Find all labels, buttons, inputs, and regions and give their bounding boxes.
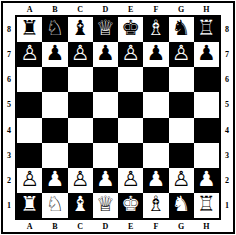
piece-black-king: ♚	[121, 18, 140, 39]
file-label-f-top: F	[143, 3, 168, 15]
piece-black-knight: ♘	[45, 18, 64, 39]
square-e7[interactable]: ♙	[118, 42, 143, 67]
square-a6[interactable]	[17, 67, 42, 92]
file-label-e-top: E	[118, 3, 143, 15]
square-h2[interactable]: ♟	[194, 168, 219, 193]
square-e8[interactable]: ♚	[118, 17, 143, 42]
square-a3[interactable]	[17, 143, 42, 168]
piece-black-queen: ♕	[96, 18, 115, 39]
piece-black-pawn: ♟	[146, 43, 165, 64]
square-c7[interactable]: ♙	[68, 42, 93, 67]
piece-white-pawn: ♙	[172, 169, 191, 190]
square-d4[interactable]	[93, 118, 118, 143]
square-e1[interactable]: ♚	[118, 193, 143, 218]
square-e2[interactable]: ♙	[118, 168, 143, 193]
square-d7[interactable]: ♟	[93, 42, 118, 67]
file-label-a-bottom: A	[17, 220, 42, 232]
file-labels-bottom: ABCDEFGH	[15, 220, 221, 232]
piece-black-pawn: ♙	[71, 43, 90, 64]
rank-label-2-right: 2	[221, 168, 233, 193]
rank-label-7-left: 7	[3, 42, 15, 67]
file-label-h-top: H	[194, 3, 219, 15]
chess-board: ♜♘♝♕♚♗♞♖♙♟♙♟♙♟♙♟♙♟♙♟♙♟♙♟♜♘♝♕♚♗♞♖	[15, 15, 221, 220]
square-g5[interactable]	[169, 92, 194, 117]
rank-label-5-right: 5	[221, 92, 233, 117]
square-b4[interactable]	[42, 118, 67, 143]
square-g8[interactable]: ♞	[169, 17, 194, 42]
rank-label-3-right: 3	[221, 143, 233, 168]
square-h3[interactable]	[194, 143, 219, 168]
piece-white-rook: ♖	[197, 194, 216, 215]
rank-label-8-left: 8	[3, 17, 15, 42]
rank-label-6-left: 6	[3, 67, 15, 92]
square-d5[interactable]	[93, 92, 118, 117]
piece-white-pawn: ♙	[20, 169, 39, 190]
square-c1[interactable]: ♝	[68, 193, 93, 218]
file-label-e-bottom: E	[118, 220, 143, 232]
square-c6[interactable]	[68, 67, 93, 92]
piece-white-knight: ♘	[45, 194, 64, 215]
square-h4[interactable]	[194, 118, 219, 143]
rank-label-4-right: 4	[221, 118, 233, 143]
file-label-d-bottom: D	[93, 220, 118, 232]
rank-labels-right: 87654321	[221, 15, 233, 220]
corner-bottom-right	[221, 220, 233, 232]
square-d8[interactable]: ♕	[93, 17, 118, 42]
square-d2[interactable]: ♟	[93, 168, 118, 193]
piece-white-pawn: ♙	[71, 169, 90, 190]
rank-label-4-left: 4	[3, 118, 15, 143]
piece-white-pawn: ♙	[121, 169, 140, 190]
square-f4[interactable]	[143, 118, 168, 143]
file-label-c-top: C	[68, 3, 93, 15]
piece-black-rook: ♖	[197, 18, 216, 39]
square-b1[interactable]: ♘	[42, 193, 67, 218]
square-g6[interactable]	[169, 67, 194, 92]
piece-white-pawn: ♟	[146, 169, 165, 190]
square-c2[interactable]: ♙	[68, 168, 93, 193]
rank-label-5-left: 5	[3, 92, 15, 117]
file-label-a-top: A	[17, 3, 42, 15]
square-h8[interactable]: ♖	[194, 17, 219, 42]
square-e6[interactable]	[118, 67, 143, 92]
piece-white-pawn: ♟	[197, 169, 216, 190]
square-e3[interactable]	[118, 143, 143, 168]
square-f7[interactable]: ♟	[143, 42, 168, 67]
square-f2[interactable]: ♟	[143, 168, 168, 193]
square-a8[interactable]: ♜	[17, 17, 42, 42]
piece-black-pawn: ♟	[197, 43, 216, 64]
file-label-b-top: B	[42, 3, 67, 15]
square-a2[interactable]: ♙	[17, 168, 42, 193]
piece-black-pawn: ♙	[20, 43, 39, 64]
square-c5[interactable]	[68, 92, 93, 117]
square-g4[interactable]	[169, 118, 194, 143]
piece-black-rook: ♜	[20, 18, 39, 39]
square-c4[interactable]	[68, 118, 93, 143]
square-b5[interactable]	[42, 92, 67, 117]
file-label-d-top: D	[93, 3, 118, 15]
rank-label-3-left: 3	[3, 143, 15, 168]
piece-black-bishop: ♗	[146, 18, 165, 39]
square-g7[interactable]: ♙	[169, 42, 194, 67]
rank-labels-left: 87654321	[3, 15, 15, 220]
square-f5[interactable]	[143, 92, 168, 117]
piece-white-king: ♚	[121, 194, 140, 215]
file-label-f-bottom: F	[143, 220, 168, 232]
piece-black-knight: ♞	[172, 18, 191, 39]
piece-white-rook: ♜	[20, 194, 39, 215]
piece-white-pawn: ♟	[45, 169, 64, 190]
piece-white-bishop: ♝	[71, 194, 90, 215]
square-b3[interactable]	[42, 143, 67, 168]
corner-bottom-left	[3, 220, 15, 232]
square-h7[interactable]: ♟	[194, 42, 219, 67]
square-b6[interactable]	[42, 67, 67, 92]
piece-white-pawn: ♟	[96, 169, 115, 190]
corner-top-right	[221, 3, 233, 15]
square-c3[interactable]	[68, 143, 93, 168]
square-c8[interactable]: ♝	[68, 17, 93, 42]
rank-label-6-right: 6	[221, 67, 233, 92]
file-label-b-bottom: B	[42, 220, 67, 232]
square-h5[interactable]	[194, 92, 219, 117]
piece-black-bishop: ♝	[71, 18, 90, 39]
square-a1[interactable]: ♜	[17, 193, 42, 218]
rank-label-8-right: 8	[221, 17, 233, 42]
square-d6[interactable]	[93, 67, 118, 92]
piece-white-bishop: ♗	[146, 194, 165, 215]
rank-label-7-right: 7	[221, 42, 233, 67]
file-label-g-top: G	[169, 3, 194, 15]
square-a4[interactable]	[17, 118, 42, 143]
square-f3[interactable]	[143, 143, 168, 168]
square-h6[interactable]	[194, 67, 219, 92]
square-b8[interactable]: ♘	[42, 17, 67, 42]
square-g2[interactable]: ♙	[169, 168, 194, 193]
rank-label-2-left: 2	[3, 168, 15, 193]
square-d3[interactable]	[93, 143, 118, 168]
square-e4[interactable]	[118, 118, 143, 143]
square-b7[interactable]: ♟	[42, 42, 67, 67]
piece-white-knight: ♞	[172, 194, 191, 215]
square-e5[interactable]	[118, 92, 143, 117]
piece-black-pawn: ♙	[172, 43, 191, 64]
square-a7[interactable]: ♙	[17, 42, 42, 67]
file-label-c-bottom: C	[68, 220, 93, 232]
piece-white-queen: ♕	[96, 194, 115, 215]
square-g3[interactable]	[169, 143, 194, 168]
square-b2[interactable]: ♟	[42, 168, 67, 193]
square-h1[interactable]: ♖	[194, 193, 219, 218]
square-f6[interactable]	[143, 67, 168, 92]
square-a5[interactable]	[17, 92, 42, 117]
file-label-g-bottom: G	[169, 220, 194, 232]
rank-label-1-right: 1	[221, 193, 233, 218]
square-g1[interactable]: ♞	[169, 193, 194, 218]
square-f8[interactable]: ♗	[143, 17, 168, 42]
corner-top-left	[3, 3, 15, 15]
square-d1[interactable]: ♕	[93, 193, 118, 218]
chess-diagram: ABCDEFGH 87654321 ♜♘♝♕♚♗♞♖♙♟♙♟♙♟♙♟♙♟♙♟♙♟…	[0, 0, 236, 235]
piece-black-pawn: ♟	[45, 43, 64, 64]
diagram-frame: ABCDEFGH 87654321 ♜♘♝♕♚♗♞♖♙♟♙♟♙♟♙♟♙♟♙♟♙♟…	[1, 1, 235, 234]
file-labels-top: ABCDEFGH	[15, 3, 221, 15]
piece-black-pawn: ♙	[121, 43, 140, 64]
piece-black-pawn: ♟	[96, 43, 115, 64]
rank-label-1-left: 1	[3, 193, 15, 218]
file-label-h-bottom: H	[194, 220, 219, 232]
square-f1[interactable]: ♗	[143, 193, 168, 218]
